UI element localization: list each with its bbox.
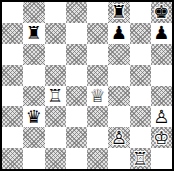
square-h1[interactable]: [151, 148, 172, 169]
square-a3[interactable]: [2, 106, 23, 127]
square-h8[interactable]: ♚: [151, 2, 172, 23]
square-h6[interactable]: [151, 44, 172, 65]
square-d8[interactable]: [66, 2, 87, 23]
square-h7[interactable]: ♟: [151, 23, 172, 44]
square-h4[interactable]: [151, 86, 172, 107]
square-b2[interactable]: [23, 127, 44, 148]
piece-white-king-h2[interactable]: ♔: [153, 129, 169, 147]
square-a7[interactable]: [2, 23, 23, 44]
piece-white-pawn-h3[interactable]: ♙: [153, 108, 169, 126]
square-c5[interactable]: [45, 65, 66, 86]
square-b8[interactable]: [23, 2, 44, 23]
square-f6[interactable]: [108, 44, 129, 65]
piece-black-king-h8[interactable]: ♚: [153, 3, 169, 21]
square-g3[interactable]: [130, 106, 151, 127]
square-e7[interactable]: [87, 23, 108, 44]
piece-white-queen-e4[interactable]: ♕: [90, 87, 106, 105]
square-f4[interactable]: [108, 86, 129, 107]
square-c3[interactable]: [45, 106, 66, 127]
square-e5[interactable]: [87, 65, 108, 86]
square-b6[interactable]: [23, 44, 44, 65]
square-c1[interactable]: [45, 148, 66, 169]
square-a8[interactable]: [2, 2, 23, 23]
square-a4[interactable]: [2, 86, 23, 107]
square-d2[interactable]: [66, 127, 87, 148]
piece-black-rook-b7[interactable]: ♜: [26, 24, 42, 42]
piece-black-pawn-h7[interactable]: ♟: [153, 24, 169, 42]
square-d1[interactable]: [66, 148, 87, 169]
square-d4[interactable]: [66, 86, 87, 107]
square-f1[interactable]: [108, 148, 129, 169]
square-f5[interactable]: [108, 65, 129, 86]
square-e4[interactable]: ♕: [87, 86, 108, 107]
square-g1[interactable]: ♖: [130, 148, 151, 169]
square-g2[interactable]: [130, 127, 151, 148]
piece-black-rook-f8[interactable]: ♜: [111, 3, 127, 21]
piece-white-pawn-f2[interactable]: ♙: [111, 129, 127, 147]
square-a5[interactable]: [2, 65, 23, 86]
square-e1[interactable]: [87, 148, 108, 169]
square-a6[interactable]: [2, 44, 23, 65]
square-b3[interactable]: ♛: [23, 106, 44, 127]
square-g5[interactable]: [130, 65, 151, 86]
square-d5[interactable]: [66, 65, 87, 86]
square-h3[interactable]: ♙: [151, 106, 172, 127]
square-h2[interactable]: ♔: [151, 127, 172, 148]
square-d7[interactable]: [66, 23, 87, 44]
square-d6[interactable]: [66, 44, 87, 65]
square-h5[interactable]: [151, 65, 172, 86]
square-d3[interactable]: [66, 106, 87, 127]
square-c7[interactable]: [45, 23, 66, 44]
square-c8[interactable]: [45, 2, 66, 23]
square-e2[interactable]: [87, 127, 108, 148]
square-g6[interactable]: [130, 44, 151, 65]
square-e6[interactable]: [87, 44, 108, 65]
square-c6[interactable]: [45, 44, 66, 65]
piece-white-rook-g1[interactable]: ♖: [132, 150, 148, 168]
square-e3[interactable]: [87, 106, 108, 127]
chess-board: ♜♚♜♟♟♖♕♛♙♙♔♖: [2, 2, 172, 169]
square-b4[interactable]: [23, 86, 44, 107]
square-a2[interactable]: [2, 127, 23, 148]
square-b7[interactable]: ♜: [23, 23, 44, 44]
square-g7[interactable]: [130, 23, 151, 44]
square-a1[interactable]: [2, 148, 23, 169]
piece-black-pawn-f7[interactable]: ♟: [111, 24, 127, 42]
square-b5[interactable]: [23, 65, 44, 86]
square-b1[interactable]: [23, 148, 44, 169]
square-g8[interactable]: [130, 2, 151, 23]
square-f7[interactable]: ♟: [108, 23, 129, 44]
chess-diagram: ♜♚♜♟♟♖♕♛♙♙♔♖: [0, 0, 174, 171]
piece-white-rook-c4[interactable]: ♖: [47, 87, 63, 105]
square-f3[interactable]: [108, 106, 129, 127]
square-c4[interactable]: ♖: [45, 86, 66, 107]
square-f8[interactable]: ♜: [108, 2, 129, 23]
square-c2[interactable]: [45, 127, 66, 148]
square-g4[interactable]: [130, 86, 151, 107]
square-e8[interactable]: [87, 2, 108, 23]
piece-black-queen-b3[interactable]: ♛: [26, 108, 42, 126]
square-f2[interactable]: ♙: [108, 127, 129, 148]
